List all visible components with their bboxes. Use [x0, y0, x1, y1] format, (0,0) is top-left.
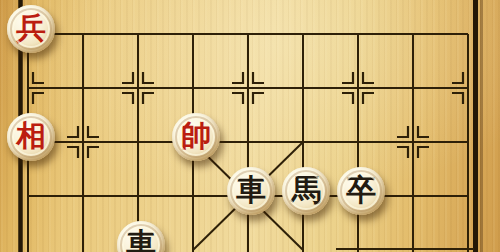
position-marker: [232, 72, 243, 83]
position-marker: [397, 126, 408, 137]
piece-red-elephant[interactable]: 相: [7, 113, 55, 161]
position-marker: [143, 72, 154, 83]
piece-character: 車: [236, 175, 266, 205]
position-marker: [232, 93, 243, 104]
piece-character: 車: [126, 229, 156, 252]
position-marker: [88, 126, 99, 137]
position-marker: [452, 93, 463, 104]
position-marker: [67, 147, 78, 158]
position-marker: [253, 93, 264, 104]
position-marker: [143, 93, 154, 104]
position-marker: [33, 72, 44, 83]
position-marker: [418, 126, 429, 137]
piece-black-chariot[interactable]: 車: [227, 167, 275, 215]
piece-character: 帥: [181, 121, 211, 151]
position-marker: [253, 72, 264, 83]
piece-black-horse[interactable]: 馬: [282, 167, 330, 215]
position-marker: [342, 93, 353, 104]
position-marker: [33, 93, 44, 104]
position-marker: [88, 147, 99, 158]
xiangqi-board: 兵相帥車馬卒車: [0, 0, 500, 252]
position-marker: [418, 147, 429, 158]
position-marker: [397, 147, 408, 158]
piece-character: 馬: [291, 175, 321, 205]
position-marker: [452, 72, 463, 83]
position-marker: [363, 93, 374, 104]
position-marker: [67, 126, 78, 137]
position-marker: [122, 72, 133, 83]
position-marker: [342, 72, 353, 83]
piece-red-general[interactable]: 帥: [172, 113, 220, 161]
piece-character: 相: [16, 121, 46, 151]
position-marker: [122, 93, 133, 104]
piece-character: 卒: [346, 175, 376, 205]
piece-black-soldier[interactable]: 卒: [337, 167, 385, 215]
piece-character: 兵: [16, 13, 46, 43]
position-marker: [363, 72, 374, 83]
piece-red-soldier[interactable]: 兵: [7, 5, 55, 53]
